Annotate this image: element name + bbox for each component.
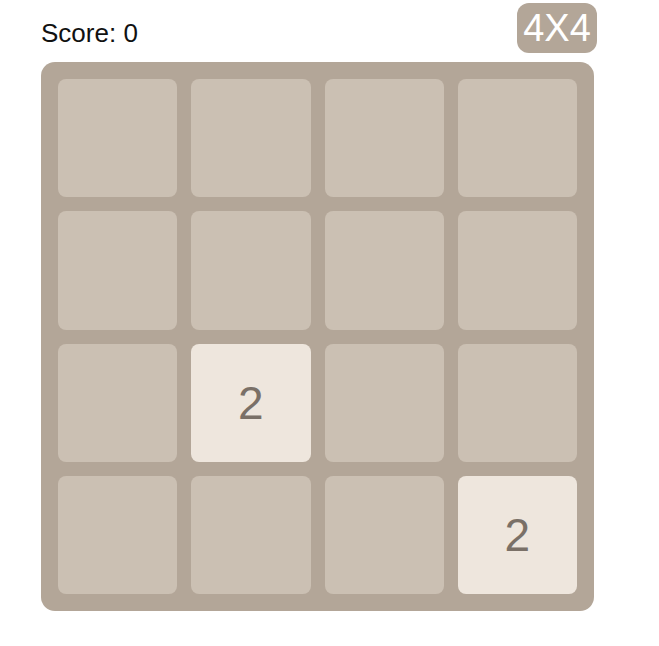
empty-cell [58,79,177,197]
tile-2: 2 [191,344,310,462]
score-value: 0 [123,18,137,48]
empty-cell [325,211,444,329]
empty-cell [458,344,577,462]
empty-cell [191,211,310,329]
empty-cell [191,476,310,594]
tile-2: 2 [458,476,577,594]
empty-cell [325,344,444,462]
score-label: Score: [41,18,123,48]
board[interactable]: 22 [41,62,594,611]
empty-cell [58,476,177,594]
empty-cell [191,79,310,197]
empty-cell [325,79,444,197]
empty-cell [58,211,177,329]
empty-cell [58,344,177,462]
score-display: Score: 0 [41,17,138,49]
empty-cell [325,476,444,594]
empty-cell [458,211,577,329]
empty-cell [458,79,577,197]
grid-size-badge[interactable]: 4X4 [517,3,597,53]
